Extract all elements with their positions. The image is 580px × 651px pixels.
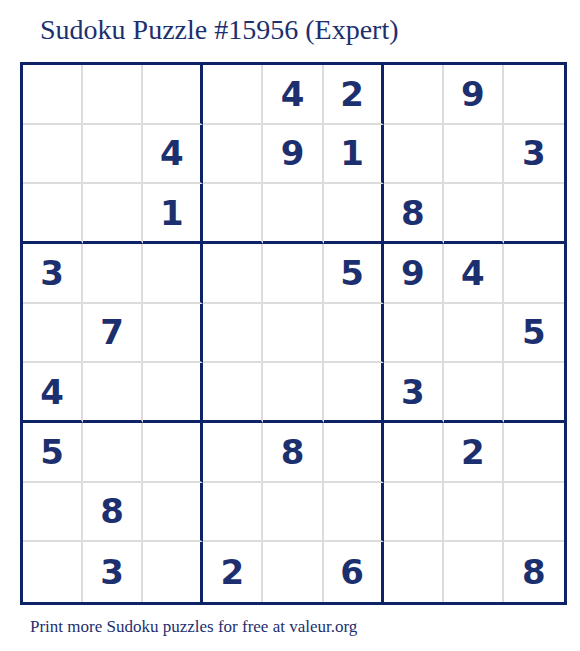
sudoku-cell-r9c2[interactable]: 3 (83, 542, 143, 602)
sudoku-cell-r4c5[interactable] (263, 244, 323, 304)
sudoku-cell-r4c4[interactable] (203, 244, 263, 304)
sudoku-cell-r2c7[interactable] (384, 125, 444, 185)
sudoku-cell-r5c1[interactable] (23, 304, 83, 364)
sudoku-cell-r3c4[interactable] (203, 184, 263, 244)
sudoku-cell-r5c8[interactable] (444, 304, 504, 364)
sudoku-cell-r5c4[interactable] (203, 304, 263, 364)
sudoku-cell-r7c6[interactable] (324, 423, 384, 483)
sudoku-cell-r8c1[interactable] (23, 483, 83, 543)
sudoku-cell-r8c3[interactable] (143, 483, 203, 543)
sudoku-cell-r4c3[interactable] (143, 244, 203, 304)
sudoku-cell-r9c6[interactable]: 6 (324, 542, 384, 602)
sudoku-cell-r7c3[interactable] (143, 423, 203, 483)
sudoku-cell-r4c8[interactable]: 4 (444, 244, 504, 304)
sudoku-cell-r9c5[interactable] (263, 542, 323, 602)
sudoku-cell-r1c6[interactable]: 2 (324, 65, 384, 125)
sudoku-cell-r5c3[interactable] (143, 304, 203, 364)
sudoku-cell-r3c8[interactable] (444, 184, 504, 244)
sudoku-cell-r9c8[interactable] (444, 542, 504, 602)
sudoku-cell-r5c7[interactable] (384, 304, 444, 364)
sudoku-cell-r7c2[interactable] (83, 423, 143, 483)
sudoku-cell-r8c4[interactable] (203, 483, 263, 543)
sudoku-cell-r9c3[interactable] (143, 542, 203, 602)
sudoku-cell-r9c4[interactable]: 2 (203, 542, 263, 602)
sudoku-cell-r4c2[interactable] (83, 244, 143, 304)
sudoku-cell-r1c5[interactable]: 4 (263, 65, 323, 125)
sudoku-cell-r6c3[interactable] (143, 363, 203, 423)
sudoku-cell-r8c9[interactable] (504, 483, 564, 543)
sudoku-cell-r4c6[interactable]: 5 (324, 244, 384, 304)
sudoku-cell-r3c6[interactable] (324, 184, 384, 244)
sudoku-cell-r1c8[interactable]: 9 (444, 65, 504, 125)
sudoku-cell-r4c9[interactable] (504, 244, 564, 304)
sudoku-cell-r1c2[interactable] (83, 65, 143, 125)
sudoku-cell-r2c9[interactable]: 3 (504, 125, 564, 185)
sudoku-cell-r7c8[interactable]: 2 (444, 423, 504, 483)
sudoku-cell-r1c9[interactable] (504, 65, 564, 125)
sudoku-cell-r3c3[interactable]: 1 (143, 184, 203, 244)
sudoku-cell-r4c7[interactable]: 9 (384, 244, 444, 304)
sudoku-cell-r8c8[interactable] (444, 483, 504, 543)
sudoku-cell-r8c2[interactable]: 8 (83, 483, 143, 543)
sudoku-cell-r6c2[interactable] (83, 363, 143, 423)
sudoku-cell-r6c5[interactable] (263, 363, 323, 423)
sudoku-cell-r3c2[interactable] (83, 184, 143, 244)
sudoku-cell-r6c8[interactable] (444, 363, 504, 423)
sudoku-cell-r3c5[interactable] (263, 184, 323, 244)
sudoku-cell-r1c7[interactable] (384, 65, 444, 125)
sudoku-cell-r7c5[interactable]: 8 (263, 423, 323, 483)
sudoku-board: 4294913183594754358283268 (20, 62, 567, 605)
page-title: Sudoku Puzzle #15956 (Expert) (40, 14, 399, 46)
sudoku-cell-r5c9[interactable]: 5 (504, 304, 564, 364)
sudoku-cell-r6c9[interactable] (504, 363, 564, 423)
sudoku-cell-r5c2[interactable]: 7 (83, 304, 143, 364)
sudoku-cell-r9c7[interactable] (384, 542, 444, 602)
sudoku-cell-r5c6[interactable] (324, 304, 384, 364)
sudoku-cell-r8c7[interactable] (384, 483, 444, 543)
sudoku-cell-r2c3[interactable]: 4 (143, 125, 203, 185)
sudoku-cell-r3c9[interactable] (504, 184, 564, 244)
footer-text: Print more Sudoku puzzles for free at va… (30, 617, 357, 637)
sudoku-cell-r7c4[interactable] (203, 423, 263, 483)
sudoku-cell-r7c9[interactable] (504, 423, 564, 483)
sudoku-cell-r1c1[interactable] (23, 65, 83, 125)
sudoku-cell-r7c7[interactable] (384, 423, 444, 483)
sudoku-cell-r8c6[interactable] (324, 483, 384, 543)
sudoku-cell-r5c5[interactable] (263, 304, 323, 364)
sudoku-page: Sudoku Puzzle #15956 (Expert) 4294913183… (0, 0, 580, 651)
sudoku-cell-r1c3[interactable] (143, 65, 203, 125)
sudoku-cell-r6c7[interactable]: 3 (384, 363, 444, 423)
sudoku-cell-r6c6[interactable] (324, 363, 384, 423)
sudoku-cell-r6c1[interactable]: 4 (23, 363, 83, 423)
sudoku-cell-r2c4[interactable] (203, 125, 263, 185)
sudoku-cell-r6c4[interactable] (203, 363, 263, 423)
sudoku-cell-r2c2[interactable] (83, 125, 143, 185)
sudoku-cell-r2c8[interactable] (444, 125, 504, 185)
sudoku-cell-r4c1[interactable]: 3 (23, 244, 83, 304)
sudoku-cell-r7c1[interactable]: 5 (23, 423, 83, 483)
sudoku-cell-r8c5[interactable] (263, 483, 323, 543)
sudoku-cell-r9c9[interactable]: 8 (504, 542, 564, 602)
sudoku-cell-r2c6[interactable]: 1 (324, 125, 384, 185)
sudoku-cell-r9c1[interactable] (23, 542, 83, 602)
sudoku-cell-r3c1[interactable] (23, 184, 83, 244)
sudoku-cell-r2c1[interactable] (23, 125, 83, 185)
sudoku-cell-r3c7[interactable]: 8 (384, 184, 444, 244)
sudoku-cell-r1c4[interactable] (203, 65, 263, 125)
sudoku-cell-r2c5[interactable]: 9 (263, 125, 323, 185)
